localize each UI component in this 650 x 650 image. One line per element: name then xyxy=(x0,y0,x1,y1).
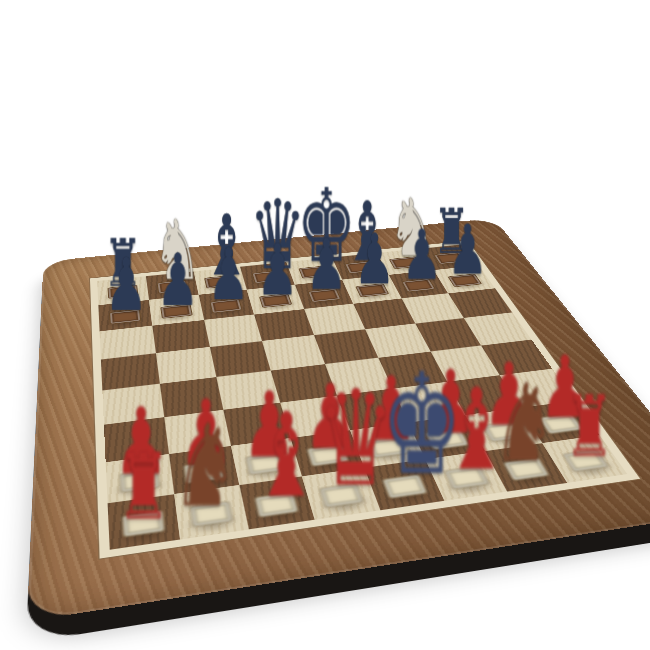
piece-american-pawn[interactable]: ♟ xyxy=(257,236,297,304)
square-b6[interactable] xyxy=(152,320,209,353)
square-d7[interactable]: ♟ xyxy=(247,285,304,315)
square-b7[interactable]: ♟ xyxy=(149,295,204,326)
revolutionary-war-chess-photo: ♜♞♝♛♚♝♞♜♟♟♟♟♟♟♟♟♟♟♟♟♟♟♟♟♜♞♝♛♚♝♞♜ xyxy=(0,0,650,650)
piece-american-pawn[interactable]: ♟ xyxy=(448,218,487,283)
square-c6[interactable] xyxy=(204,314,263,347)
square-a1[interactable]: ♜ xyxy=(108,494,180,549)
square-c5[interactable] xyxy=(209,341,270,377)
piece-american-pawn[interactable]: ♟ xyxy=(354,227,393,293)
chess-board: ♜♞♝♛♚♝♞♜♟♟♟♟♟♟♟♟♟♟♟♟♟♟♟♟♜♞♝♛♚♝♞♜ xyxy=(27,218,650,621)
piece-british-knight[interactable]: ♞ xyxy=(504,372,555,475)
piece-american-pawn[interactable]: ♟ xyxy=(401,223,440,289)
square-b1[interactable]: ♞ xyxy=(174,485,248,539)
piece-american-pawn[interactable]: ♟ xyxy=(207,241,247,309)
square-a7[interactable]: ♟ xyxy=(98,300,152,331)
square-h7[interactable]: ♟ xyxy=(434,265,495,293)
board-grid: ♜♞♝♛♚♝♞♜♟♟♟♟♟♟♟♟♟♟♟♟♟♟♟♟♜♞♝♛♚♝♞♜ xyxy=(97,244,627,550)
piece-american-pawn[interactable]: ♟ xyxy=(105,251,146,320)
piece-british-knight[interactable]: ♞ xyxy=(185,412,239,521)
square-f6[interactable] xyxy=(353,298,415,329)
piece-american-pawn[interactable]: ♟ xyxy=(306,232,346,299)
square-h5[interactable] xyxy=(464,313,531,346)
piece-british-bishop[interactable]: ♝ xyxy=(252,401,305,511)
piece-american-pawn[interactable]: ♟ xyxy=(156,246,197,315)
piece-british-rook[interactable]: ♜ xyxy=(564,386,614,466)
square-c1[interactable]: ♝ xyxy=(239,477,315,530)
board-surface: ♜♞♝♛♚♝♞♜♟♟♟♟♟♟♟♟♟♟♟♟♟♟♟♟♜♞♝♛♚♝♞♜ xyxy=(27,218,650,621)
piece-british-rook[interactable]: ♜ xyxy=(116,444,171,531)
board-playfield: ♜♞♝♛♚♝♞♜♟♟♟♟♟♟♟♟♟♟♟♟♟♟♟♟♜♞♝♛♚♝♞♜ xyxy=(89,240,642,559)
piece-british-queen[interactable]: ♛ xyxy=(317,376,370,502)
